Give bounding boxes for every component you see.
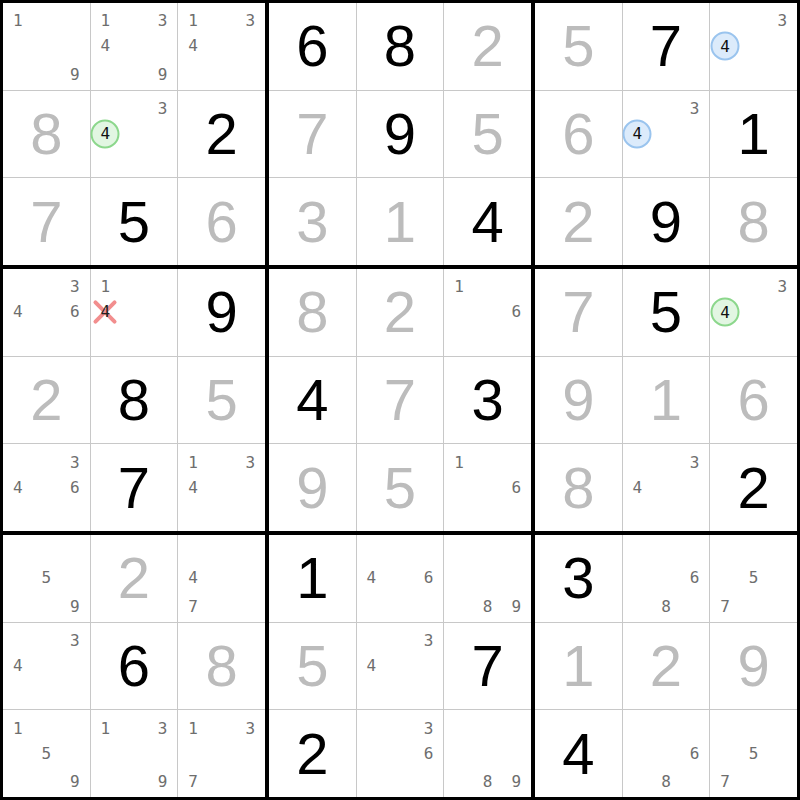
cell-r4c1[interactable]: 346 [3, 269, 90, 356]
candidate-8: 8 [483, 599, 493, 615]
cell-r3c4[interactable]: 3 [269, 178, 356, 265]
box-6: 75349168342 [535, 269, 797, 531]
candidate-1: 1 [188, 13, 198, 29]
candidate-4-blue-circle: 4 [623, 119, 652, 148]
cell-value-black: 5 [118, 193, 150, 251]
box-3: 57346341298 [535, 3, 797, 265]
candidate-7: 7 [188, 774, 198, 790]
candidate-9: 9 [70, 774, 80, 790]
candidate-4-eliminated: 4 [101, 304, 111, 320]
cell-r2c1[interactable]: 8 [3, 91, 90, 178]
candidate-6: 6 [424, 746, 434, 762]
cell-r3c2[interactable]: 5 [91, 178, 178, 265]
cell-value-black: 8 [118, 371, 150, 429]
candidate-5: 5 [749, 746, 759, 762]
candidate-3: 3 [70, 633, 80, 649]
cell-value-black: 4 [296, 371, 328, 429]
cell-value-black: 7 [650, 17, 682, 75]
cell-r4c4[interactable]: 8 [269, 269, 356, 356]
candidate-1: 1 [13, 721, 23, 737]
cell-r7c1[interactable]: 59 [3, 535, 90, 622]
cell-r7c5[interactable]: 46 [357, 535, 444, 622]
cell-r6c8[interactable]: 34 [623, 444, 710, 531]
cell-value-gray: 8 [206, 637, 238, 695]
candidate-4-blue-circle: 4 [711, 32, 740, 61]
cell-value-gray: 8 [562, 459, 594, 517]
cell-r3c7[interactable]: 2 [535, 178, 622, 265]
candidate-3: 3 [777, 279, 787, 295]
candidate-9: 9 [158, 67, 168, 83]
cell-r4c9[interactable]: 34 [710, 269, 797, 356]
candidate-1: 1 [454, 279, 464, 295]
candidate-5: 5 [42, 746, 52, 762]
cell-r8c2[interactable]: 6 [91, 623, 178, 710]
cell-r7c6[interactable]: 89 [444, 535, 531, 622]
cell-value-gray: 7 [384, 371, 416, 429]
cell-value-gray: 2 [384, 283, 416, 341]
candidate-3: 3 [424, 633, 434, 649]
candidate-3: 3 [777, 13, 787, 29]
candidate-4: 4 [188, 570, 198, 586]
cell-r5c1[interactable]: 2 [3, 357, 90, 444]
cell-r4c3[interactable]: 9 [178, 269, 265, 356]
cell-value-gray: 5 [384, 459, 416, 517]
cell-value-black: 3 [472, 371, 504, 429]
cell-value-gray: 6 [562, 105, 594, 163]
candidate-5: 5 [42, 570, 52, 586]
cell-r9c8[interactable]: 68 [623, 710, 710, 797]
cell-r5c3[interactable]: 5 [178, 357, 265, 444]
box-8: 14689534723689 [269, 535, 531, 797]
cell-r5c8[interactable]: 1 [623, 357, 710, 444]
cell-r4c5[interactable]: 2 [357, 269, 444, 356]
candidate-7: 7 [720, 599, 730, 615]
candidate-6: 6 [424, 570, 434, 586]
cell-value-gray: 5 [296, 637, 328, 695]
cell-r9c1[interactable]: 159 [3, 710, 90, 797]
cell-value-gray: 2 [650, 637, 682, 695]
candidate-3: 3 [245, 721, 255, 737]
cell-r7c8[interactable]: 68 [623, 535, 710, 622]
cell-r2c7[interactable]: 6 [535, 91, 622, 178]
box-2: 682795314 [269, 3, 531, 265]
candidate-1: 1 [188, 721, 198, 737]
cell-r5c7[interactable]: 9 [535, 357, 622, 444]
cell-value-gray: 2 [118, 549, 150, 607]
cell-r9c5[interactable]: 36 [357, 710, 444, 797]
candidate-9: 9 [511, 774, 521, 790]
cell-r6c9[interactable]: 2 [710, 444, 797, 531]
cell-r9c3[interactable]: 137 [178, 710, 265, 797]
candidate-3: 3 [158, 721, 168, 737]
cell-r3c9[interactable]: 8 [710, 178, 797, 265]
cell-r5c2[interactable]: 8 [91, 357, 178, 444]
cell-value-gray: 5 [472, 105, 504, 163]
cell-value-gray: 8 [296, 283, 328, 341]
candidate-8: 8 [661, 774, 671, 790]
cell-value-black: 7 [472, 637, 504, 695]
candidate-3: 3 [424, 721, 434, 737]
cell-r5c9[interactable]: 6 [710, 357, 797, 444]
candidate-3: 3 [70, 279, 80, 295]
cell-value-black: 6 [118, 637, 150, 695]
cell-value-gray: 5 [562, 17, 594, 75]
cell-value-black: 8 [384, 17, 416, 75]
cell-value-black: 5 [650, 283, 682, 341]
cell-r1c4[interactable]: 6 [269, 3, 356, 90]
cell-r9c4[interactable]: 2 [269, 710, 356, 797]
cell-value-gray: 6 [738, 371, 770, 429]
box-4: 3461492853467134 [3, 269, 265, 531]
cell-r8c6[interactable]: 7 [444, 623, 531, 710]
candidate-7: 7 [720, 774, 730, 790]
candidate-4: 4 [13, 480, 23, 496]
cell-r1c1[interactable]: 19 [3, 3, 90, 90]
cell-r6c7[interactable]: 8 [535, 444, 622, 531]
cell-r2c4[interactable]: 7 [269, 91, 356, 178]
cell-r7c7[interactable]: 3 [535, 535, 622, 622]
cell-r7c2[interactable]: 2 [91, 535, 178, 622]
cell-value-gray: 9 [562, 371, 594, 429]
candidate-4: 4 [13, 658, 23, 674]
cell-r8c7[interactable]: 1 [535, 623, 622, 710]
candidate-3: 3 [158, 101, 168, 117]
cell-value-black: 2 [738, 459, 770, 517]
cell-r2c2[interactable]: 34 [91, 91, 178, 178]
cell-r5c5[interactable]: 7 [357, 357, 444, 444]
cell-r1c7[interactable]: 5 [535, 3, 622, 90]
cell-r1c6[interactable]: 2 [444, 3, 531, 90]
cell-r3c8[interactable]: 9 [623, 178, 710, 265]
cell-r6c1[interactable]: 346 [3, 444, 90, 531]
cell-value-gray: 1 [384, 193, 416, 251]
candidate-5: 5 [749, 570, 759, 586]
candidate-6: 6 [511, 480, 521, 496]
candidate-4: 4 [188, 480, 198, 496]
cell-value-gray: 7 [562, 283, 594, 341]
cell-r3c5[interactable]: 1 [357, 178, 444, 265]
box-1: 1913491348342756 [3, 3, 265, 265]
cell-r4c8[interactable]: 5 [623, 269, 710, 356]
cell-r6c4[interactable]: 9 [269, 444, 356, 531]
cell-r8c3[interactable]: 8 [178, 623, 265, 710]
cell-r4c6[interactable]: 16 [444, 269, 531, 356]
cell-r5c6[interactable]: 3 [444, 357, 531, 444]
candidate-3: 3 [245, 455, 255, 471]
candidate-3: 3 [158, 13, 168, 29]
cell-value-gray: 9 [738, 637, 770, 695]
cell-r2c8[interactable]: 34 [623, 91, 710, 178]
cell-value-gray: 2 [472, 17, 504, 75]
cell-r9c6[interactable]: 89 [444, 710, 531, 797]
candidate-1: 1 [188, 455, 198, 471]
candidate-8: 8 [483, 774, 493, 790]
cell-r9c7[interactable]: 4 [535, 710, 622, 797]
cell-r8c1[interactable]: 34 [3, 623, 90, 710]
cell-value-gray: 2 [30, 371, 62, 429]
box-5: 82164739516 [269, 269, 531, 531]
cell-r8c8[interactable]: 2 [623, 623, 710, 710]
cell-value-black: 1 [738, 105, 770, 163]
cell-r7c3[interactable]: 47 [178, 535, 265, 622]
cell-r1c2[interactable]: 1349 [91, 3, 178, 90]
candidate-1: 1 [13, 13, 23, 29]
cell-r6c3[interactable]: 134 [178, 444, 265, 531]
sudoku-board: 1913491348342756682795314573463412983461… [0, 0, 800, 800]
cell-r2c9[interactable]: 1 [710, 91, 797, 178]
candidate-3: 3 [70, 455, 80, 471]
cell-r4c7[interactable]: 7 [535, 269, 622, 356]
cell-value-gray: 8 [738, 193, 770, 251]
candidate-9: 9 [511, 599, 521, 615]
cell-r2c6[interactable]: 5 [444, 91, 531, 178]
cell-value-gray: 9 [296, 459, 328, 517]
candidate-4: 4 [13, 304, 23, 320]
candidate-6: 6 [511, 304, 521, 320]
candidate-6: 6 [70, 304, 80, 320]
cell-r9c2[interactable]: 139 [91, 710, 178, 797]
candidate-4: 4 [633, 480, 643, 496]
cell-value-black: 2 [206, 105, 238, 163]
candidate-4: 4 [101, 38, 111, 54]
box-7: 592473468159139137 [3, 535, 265, 797]
cell-r1c3[interactable]: 134 [178, 3, 265, 90]
cell-value-black: 9 [206, 283, 238, 341]
candidate-4: 4 [367, 658, 377, 674]
candidate-3: 3 [690, 101, 700, 117]
cell-value-gray: 6 [206, 193, 238, 251]
cell-value-black: 3 [562, 549, 594, 607]
candidate-3: 3 [690, 455, 700, 471]
cell-value-gray: 7 [296, 105, 328, 163]
cell-r9c9[interactable]: 57 [710, 710, 797, 797]
cell-r8c4[interactable]: 5 [269, 623, 356, 710]
candidate-3: 3 [245, 13, 255, 29]
candidate-9: 9 [158, 774, 168, 790]
cell-value-black: 6 [296, 17, 328, 75]
candidate-4-green-circle: 4 [711, 298, 740, 327]
candidate-1: 1 [101, 279, 111, 295]
box-9: 3685712946857 [535, 535, 797, 797]
cell-value-black: 4 [472, 193, 504, 251]
cell-r7c4[interactable]: 1 [269, 535, 356, 622]
cell-r2c5[interactable]: 9 [357, 91, 444, 178]
cell-value-black: 9 [384, 105, 416, 163]
candidate-1: 1 [454, 455, 464, 471]
candidate-4: 4 [367, 570, 377, 586]
cell-value-black: 2 [296, 725, 328, 783]
cell-value-gray: 3 [296, 193, 328, 251]
cell-r1c5[interactable]: 8 [357, 3, 444, 90]
candidate-6: 6 [690, 570, 700, 586]
candidate-8: 8 [661, 599, 671, 615]
candidate-6: 6 [690, 746, 700, 762]
candidate-4: 4 [188, 38, 198, 54]
cell-r1c8[interactable]: 7 [623, 3, 710, 90]
cell-value-gray: 5 [206, 371, 238, 429]
cell-value-black: 9 [650, 193, 682, 251]
cell-value-gray: 1 [562, 637, 594, 695]
cell-value-black: 1 [296, 549, 328, 607]
candidate-6: 6 [70, 480, 80, 496]
cell-r6c2[interactable]: 7 [91, 444, 178, 531]
cell-r6c6[interactable]: 16 [444, 444, 531, 531]
cell-value-black: 4 [562, 725, 594, 783]
cell-r2c3[interactable]: 2 [178, 91, 265, 178]
cell-r3c3[interactable]: 6 [178, 178, 265, 265]
candidate-9: 9 [70, 599, 80, 615]
candidate-9: 9 [70, 67, 80, 83]
cell-r7c9[interactable]: 57 [710, 535, 797, 622]
candidate-4-green-circle: 4 [91, 119, 120, 148]
cell-r1c9[interactable]: 34 [710, 3, 797, 90]
cell-value-gray: 1 [650, 371, 682, 429]
cell-r8c9[interactable]: 9 [710, 623, 797, 710]
cell-value-black: 7 [118, 459, 150, 517]
cell-r5c4[interactable]: 4 [269, 357, 356, 444]
cell-value-gray: 2 [562, 193, 594, 251]
cell-r8c5[interactable]: 34 [357, 623, 444, 710]
cell-value-gray: 7 [30, 193, 62, 251]
cell-r3c6[interactable]: 4 [444, 178, 531, 265]
cell-r4c2[interactable]: 14 [91, 269, 178, 356]
candidate-1: 1 [101, 721, 111, 737]
cell-r6c5[interactable]: 5 [357, 444, 444, 531]
candidate-7: 7 [188, 599, 198, 615]
cell-value-gray: 8 [30, 105, 62, 163]
cell-r3c1[interactable]: 7 [3, 178, 90, 265]
candidate-1: 1 [101, 13, 111, 29]
